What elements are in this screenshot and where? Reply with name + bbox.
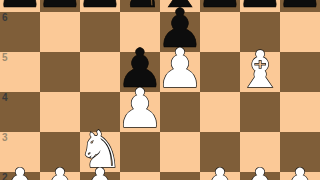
- square-d2[interactable]: [120, 172, 160, 180]
- black-pawn-b7[interactable]: ♟: [40, 0, 80, 9]
- chess-app-viewport: 65432♟♟♟♞♝♟♟♟♟♟♟♝♟♞♟♟♟♟♟♟: [0, 0, 320, 180]
- square-f5[interactable]: [200, 52, 240, 92]
- black-pawn-h7[interactable]: ♟: [280, 0, 320, 9]
- chess-board[interactable]: 65432♟♟♟♞♝♟♟♟♟♟♟♝♟♞♟♟♟♟♟♟: [0, 0, 320, 180]
- black-knight-d7[interactable]: ♞: [120, 0, 160, 9]
- square-f4[interactable]: [200, 92, 240, 132]
- white-pawn-e5[interactable]: ♟: [160, 49, 200, 89]
- square-h5[interactable]: [280, 52, 320, 92]
- square-b4[interactable]: [40, 92, 80, 132]
- square-a5[interactable]: [0, 52, 40, 92]
- white-pawn-c2[interactable]: ♟: [80, 169, 120, 180]
- black-pawn-f7[interactable]: ♟: [200, 0, 240, 9]
- white-pawn-g2[interactable]: ♟: [240, 169, 280, 180]
- black-pawn-g7[interactable]: ♟: [240, 0, 280, 9]
- black-pawn-c7[interactable]: ♟: [80, 0, 120, 9]
- white-pawn-b2[interactable]: ♟: [40, 169, 80, 180]
- square-h4[interactable]: [280, 92, 320, 132]
- white-pawn-h2[interactable]: ♟: [280, 169, 320, 180]
- white-pawn-f2[interactable]: ♟: [200, 169, 240, 180]
- white-pawn-a2[interactable]: ♟: [0, 169, 40, 180]
- white-pawn-d4[interactable]: ♟: [120, 89, 160, 129]
- black-pawn-a7[interactable]: ♟: [0, 0, 40, 9]
- white-bishop-g5[interactable]: ♝: [240, 49, 280, 89]
- square-b5[interactable]: [40, 52, 80, 92]
- square-e3[interactable]: [160, 132, 200, 172]
- square-a4[interactable]: [0, 92, 40, 132]
- square-c5[interactable]: [80, 52, 120, 92]
- square-e2[interactable]: [160, 172, 200, 180]
